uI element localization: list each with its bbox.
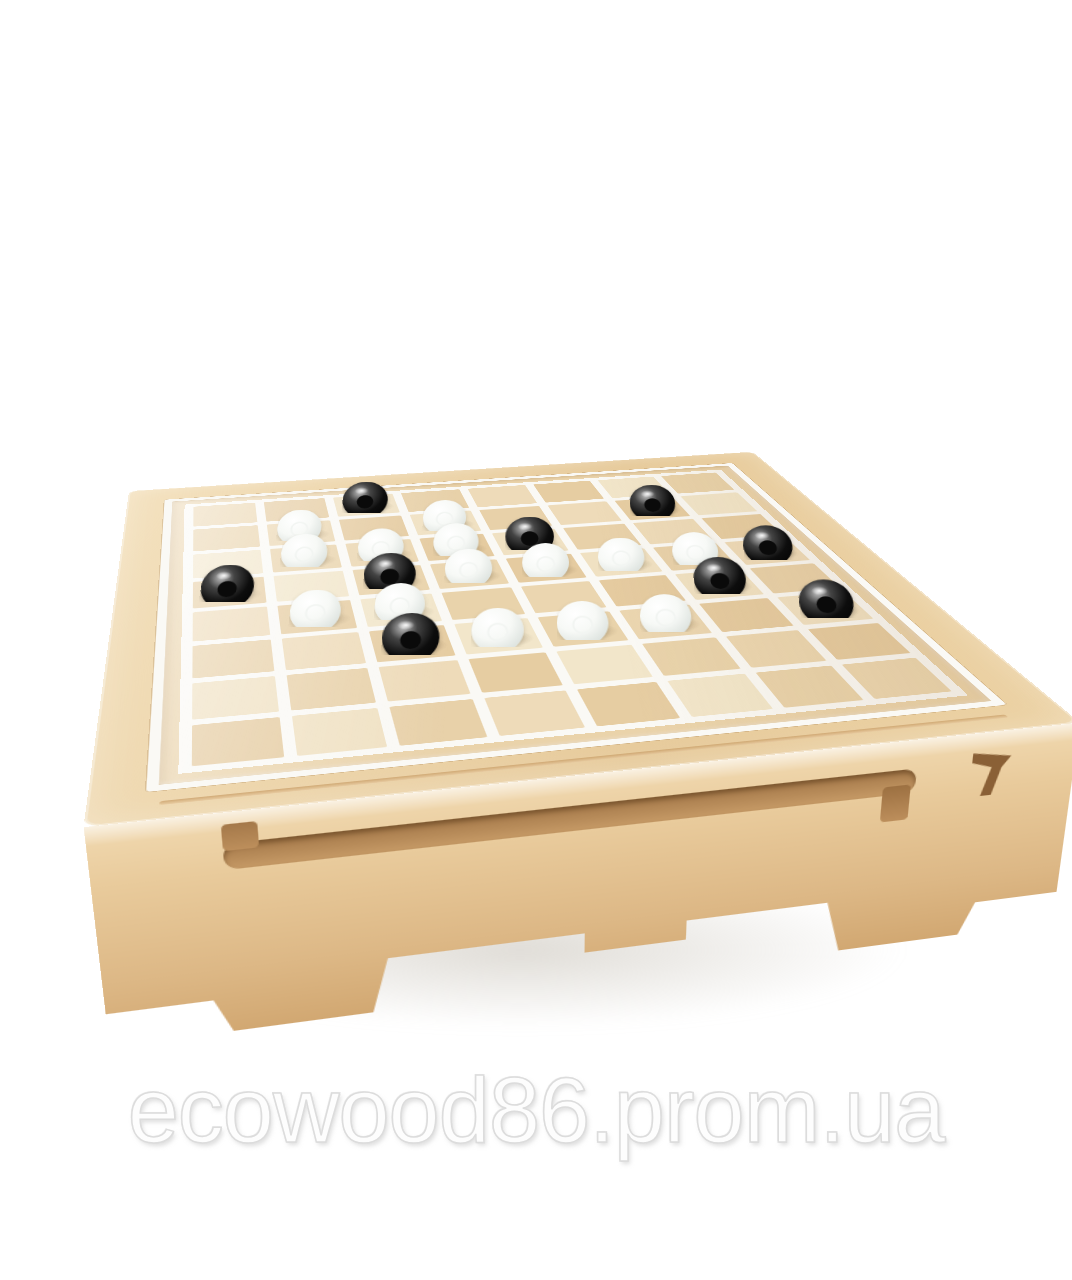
board-cell[interactable]: ○ [580,548,663,577]
board-cell[interactable] [193,607,271,642]
slot-hook-left [221,821,259,851]
board-cell[interactable]: ○ [430,559,509,589]
board-cell[interactable] [533,481,604,503]
board-cell[interactable]: ○ [454,618,543,654]
board-cell[interactable]: ● [193,577,267,609]
white-stone[interactable]: ○ [471,608,524,653]
board-cell[interactable] [287,668,376,711]
board-cell[interactable] [193,525,260,551]
board-cell[interactable] [292,708,387,756]
watermark-text: ecowood86.prom.ua [0,1058,1072,1163]
board-cell[interactable] [556,645,653,685]
wooden-game-box: ●○○●○○○●●●○○○○●○○●●○○○● [83,452,1072,827]
stone-glyph: ○ [482,606,512,655]
board-cell[interactable] [282,632,366,670]
board-cell[interactable] [192,717,284,766]
grid-outer-border: ●○○●○○○●●●○○○○●○○●●○○○● [146,463,1007,792]
board-cell[interactable] [468,652,562,693]
board-cell[interactable]: ● [675,569,764,600]
board-cell[interactable]: ○ [506,554,587,583]
product-photo-page: ●○○●○○○●●●○○○○●○○●●○○○● ecowood86.p [0,0,1072,1280]
board-cell[interactable] [667,674,773,717]
board-cell[interactable] [577,682,680,726]
board-cell[interactable] [726,630,827,668]
board-cell[interactable] [756,666,864,708]
stone-glyph: ○ [289,532,319,574]
board-cell[interactable] [193,503,257,527]
board-cell[interactable] [680,492,757,515]
board-cell[interactable]: ○ [538,611,629,647]
board-cell[interactable] [468,485,538,507]
board-cell[interactable] [379,660,471,702]
board-cell[interactable]: ○ [619,605,712,640]
board-cell[interactable] [808,623,911,660]
board-cell[interactable] [547,501,621,525]
board-cell[interactable] [484,690,585,736]
board-cell[interactable] [389,699,487,746]
arrow-cutout [968,749,1012,797]
board-cell[interactable]: ● [615,497,691,520]
board-cell[interactable]: ● [777,592,873,625]
black-stone[interactable]: ● [341,482,389,519]
board-cell[interactable]: ○ [277,600,357,634]
board-cell[interactable] [642,637,741,676]
white-stone[interactable]: ○ [444,549,493,589]
board-cell[interactable]: ● [333,494,400,517]
stone-glyph: ● [352,482,378,519]
board-cell[interactable] [192,676,279,720]
board-grid: ●○○●○○○●●●○○○○●○○●●○○○● [178,470,968,774]
stone-glyph: ○ [650,592,681,640]
board-cell[interactable] [842,658,952,699]
slot-hook-right [880,784,911,822]
board-cell[interactable]: ● [369,625,456,662]
white-stone[interactable]: ○ [639,594,693,638]
black-stone[interactable]: ● [380,613,440,663]
board-cell[interactable]: ● [724,538,810,565]
black-stone[interactable]: ● [796,579,856,625]
board-cell[interactable] [661,472,734,493]
board-cell[interactable] [192,639,274,678]
board-cell[interactable]: ○ [270,544,342,572]
board-cell[interactable] [699,598,794,632]
